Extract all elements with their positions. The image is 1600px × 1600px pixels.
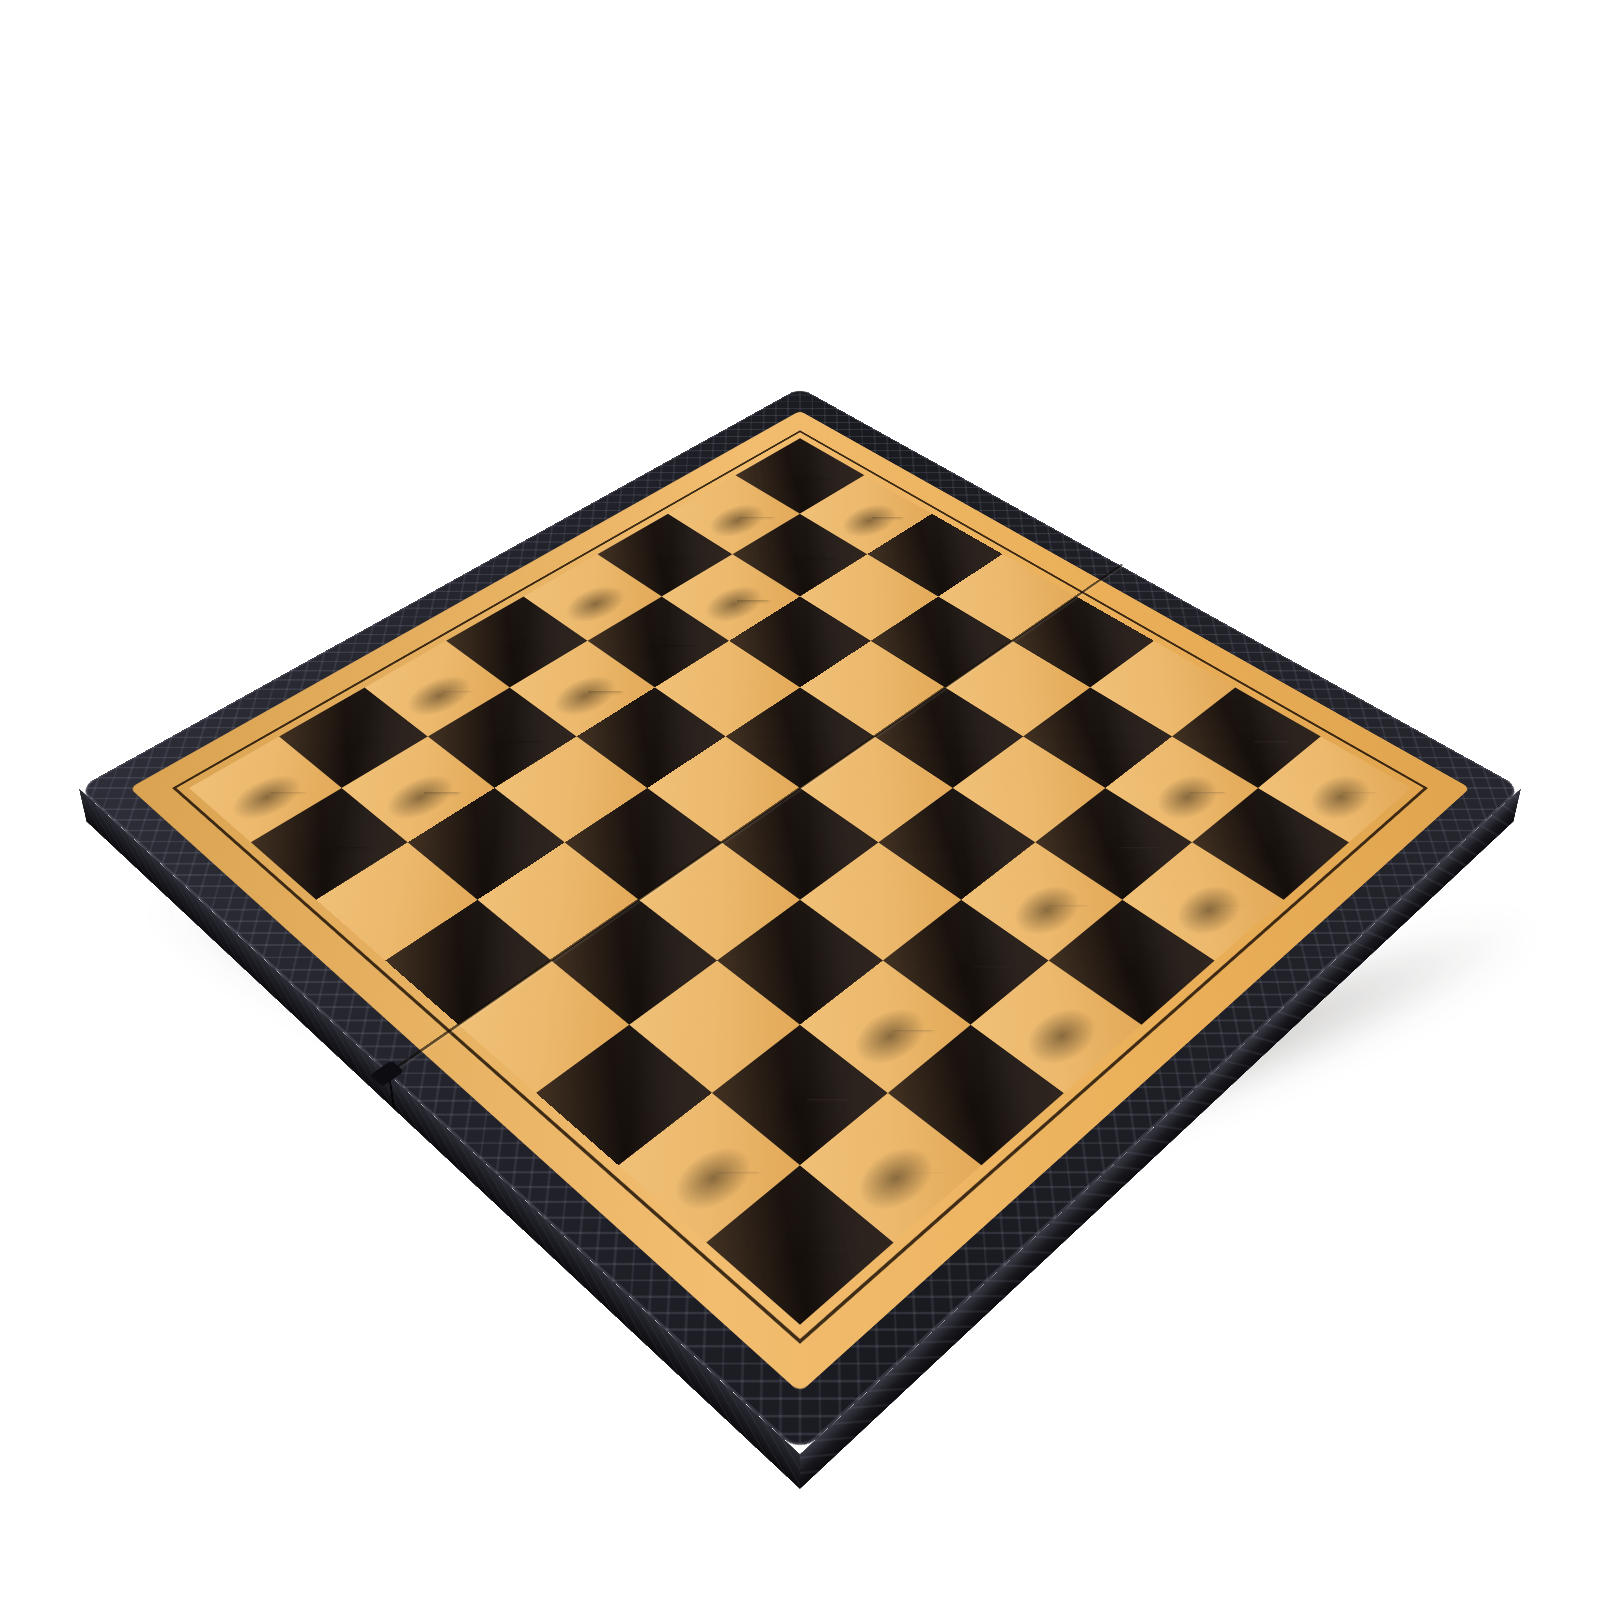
- chess-board: ♜♞♝♛♚♝♞♜♟♟♟♟♟♟♟♟♟♟♟♟♟♟♟♟♜♞♝♛♚♝♞♜: [79, 388, 1521, 1454]
- scene: ♜♞♝♛♚♝♞♜♟♟♟♟♟♟♟♟♟♟♟♟♟♟♟♟♜♞♝♛♚♝♞♜: [0, 0, 1600, 1600]
- rook-glyph: ♜: [741, 1043, 874, 1283]
- pawn-glyph: ♟: [279, 714, 390, 868]
